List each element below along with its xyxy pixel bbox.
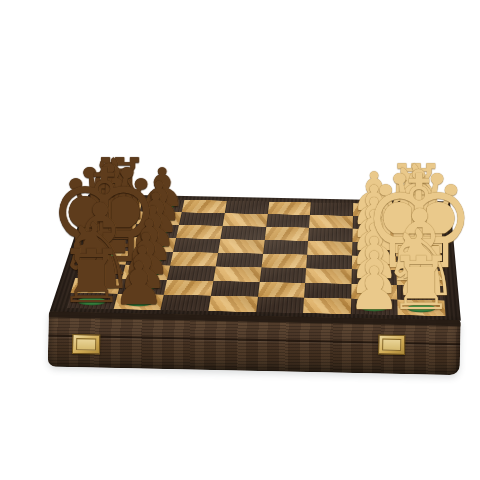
product-photo-scene: ♜♟♟♜♞♟♟♞♝♟♟♝♛♟♟♛♚♟♟♚♝♟♟♝♞♟♟♞♜♟♟♜ <box>0 0 480 480</box>
pieces-layer: ♜♟♟♜♞♟♟♞♝♟♟♝♛♟♟♛♚♟♟♚♝♟♟♝♞♟♟♞♜♟♟♜ <box>0 0 480 480</box>
white-rook-glyph: ♜ <box>388 248 454 322</box>
black-pawn-glyph: ♟ <box>112 254 165 313</box>
